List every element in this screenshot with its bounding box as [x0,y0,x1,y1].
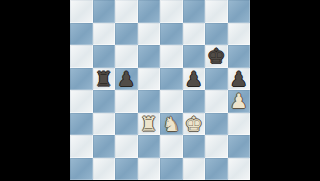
square-b8[interactable] [93,0,116,23]
square-c4[interactable] [115,90,138,113]
white-knight: ♞ [160,113,183,136]
square-c8[interactable] [115,0,138,23]
white-pawn: ♟ [228,90,251,113]
square-h1[interactable] [228,158,251,181]
black-rook: ♜ [93,68,116,91]
square-d2[interactable] [138,135,161,158]
square-g8[interactable] [205,0,228,23]
square-a1[interactable] [70,158,93,181]
square-f3[interactable]: ♚ [183,113,206,136]
square-e8[interactable] [160,0,183,23]
square-c5[interactable]: ♟ [115,68,138,91]
square-d8[interactable] [138,0,161,23]
chess-board: ♚♜♟♟♟♟♜♞♚ [70,0,250,180]
black-pawn: ♟ [115,68,138,91]
square-a2[interactable] [70,135,93,158]
square-g4[interactable] [205,90,228,113]
square-f7[interactable] [183,23,206,46]
square-e3[interactable]: ♞ [160,113,183,136]
square-f4[interactable] [183,90,206,113]
square-b2[interactable] [93,135,116,158]
square-e7[interactable] [160,23,183,46]
square-d5[interactable] [138,68,161,91]
black-pawn: ♟ [183,68,206,91]
square-b1[interactable] [93,158,116,181]
square-d4[interactable] [138,90,161,113]
square-g5[interactable] [205,68,228,91]
square-g2[interactable] [205,135,228,158]
square-f1[interactable] [183,158,206,181]
square-e1[interactable] [160,158,183,181]
square-g1[interactable] [205,158,228,181]
square-c1[interactable] [115,158,138,181]
square-b6[interactable] [93,45,116,68]
square-g3[interactable] [205,113,228,136]
square-a8[interactable] [70,0,93,23]
black-pawn: ♟ [228,68,251,91]
black-king: ♚ [205,45,228,68]
square-f8[interactable] [183,0,206,23]
white-rook: ♜ [138,113,161,136]
square-d3[interactable]: ♜ [138,113,161,136]
square-h3[interactable] [228,113,251,136]
white-king: ♚ [183,113,206,136]
square-h7[interactable] [228,23,251,46]
square-c7[interactable] [115,23,138,46]
square-a6[interactable] [70,45,93,68]
square-d1[interactable] [138,158,161,181]
square-b4[interactable] [93,90,116,113]
square-c6[interactable] [115,45,138,68]
square-f6[interactable] [183,45,206,68]
square-c2[interactable] [115,135,138,158]
square-e5[interactable] [160,68,183,91]
square-b3[interactable] [93,113,116,136]
square-a4[interactable] [70,90,93,113]
square-c3[interactable] [115,113,138,136]
square-f5[interactable]: ♟ [183,68,206,91]
square-a5[interactable] [70,68,93,91]
square-b7[interactable] [93,23,116,46]
square-h2[interactable] [228,135,251,158]
square-b5[interactable]: ♜ [93,68,116,91]
video-frame: ♚♜♟♟♟♟♜♞♚ [0,0,320,180]
square-g7[interactable] [205,23,228,46]
square-f2[interactable] [183,135,206,158]
square-h5[interactable]: ♟ [228,68,251,91]
square-d7[interactable] [138,23,161,46]
square-h8[interactable] [228,0,251,23]
square-d6[interactable] [138,45,161,68]
square-e4[interactable] [160,90,183,113]
square-e2[interactable] [160,135,183,158]
square-h6[interactable] [228,45,251,68]
square-a3[interactable] [70,113,93,136]
letterbox-right [250,0,320,180]
letterbox-left [0,0,70,180]
square-a7[interactable] [70,23,93,46]
square-g6[interactable]: ♚ [205,45,228,68]
square-h4[interactable]: ♟ [228,90,251,113]
square-e6[interactable] [160,45,183,68]
